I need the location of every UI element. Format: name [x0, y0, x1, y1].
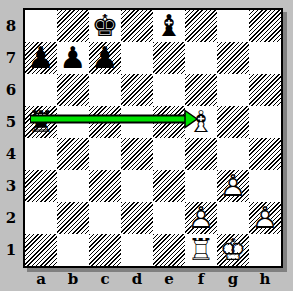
file-label-e: e: [153, 269, 185, 289]
square-d7[interactable]: [121, 42, 153, 74]
white-pawn: ♟♙: [249, 202, 281, 234]
square-c3[interactable]: [89, 170, 121, 202]
rank-label-6: 6: [2, 74, 20, 106]
square-e6[interactable]: [153, 74, 185, 106]
rank-label-7: 7: [2, 42, 20, 74]
square-a2[interactable]: [25, 202, 57, 234]
square-h4[interactable]: [249, 138, 281, 170]
square-b2[interactable]: [57, 202, 89, 234]
square-c1[interactable]: [89, 234, 121, 266]
square-d1[interactable]: [121, 234, 153, 266]
square-a1[interactable]: [25, 234, 57, 266]
square-f6[interactable]: [185, 74, 217, 106]
square-e7[interactable]: [153, 42, 185, 74]
square-f3[interactable]: [185, 170, 217, 202]
black-pawn: ♟: [89, 42, 121, 74]
square-e1[interactable]: [153, 234, 185, 266]
rank-label-4: 4: [2, 138, 20, 170]
square-b4[interactable]: [57, 138, 89, 170]
square-d8[interactable]: [121, 10, 153, 42]
square-g8[interactable]: [217, 10, 249, 42]
square-a3[interactable]: [25, 170, 57, 202]
file-label-b: b: [57, 269, 89, 289]
square-b5[interactable]: [57, 106, 89, 138]
square-e3[interactable]: [153, 170, 185, 202]
file-label-a: a: [25, 269, 57, 289]
square-e2[interactable]: [153, 202, 185, 234]
white-pawn: ♟♙: [217, 170, 249, 202]
chess-board: ♚♝♟♟♟♜♝♗♟♙♟♙♟♙♜♖♚♔: [25, 10, 281, 266]
square-c6[interactable]: [89, 74, 121, 106]
square-c7[interactable]: ♟: [89, 42, 121, 74]
square-a6[interactable]: [25, 74, 57, 106]
square-b6[interactable]: [57, 74, 89, 106]
square-h1[interactable]: [249, 234, 281, 266]
rank-label-2: 2: [2, 202, 20, 234]
square-a4[interactable]: [25, 138, 57, 170]
square-g5[interactable]: [217, 106, 249, 138]
square-b3[interactable]: [57, 170, 89, 202]
square-g6[interactable]: [217, 74, 249, 106]
board-frame: ♚♝♟♟♟♜♝♗♟♙♟♙♟♙♜♖♚♔: [23, 8, 283, 268]
black-pawn: ♟: [57, 42, 89, 74]
square-b8[interactable]: [57, 10, 89, 42]
square-h5[interactable]: [249, 106, 281, 138]
chess-diagram: 87654321 abcdefgh ♚♝♟♟♟♜♝♗♟♙♟♙♟♙♜♖♚♔: [0, 0, 293, 291]
square-d3[interactable]: [121, 170, 153, 202]
square-d5[interactable]: [121, 106, 153, 138]
square-c5[interactable]: [89, 106, 121, 138]
square-h8[interactable]: [249, 10, 281, 42]
file-label-f: f: [185, 269, 217, 289]
square-f2[interactable]: ♟♙: [185, 202, 217, 234]
square-f7[interactable]: [185, 42, 217, 74]
square-h2[interactable]: ♟♙: [249, 202, 281, 234]
square-f1[interactable]: ♜♖: [185, 234, 217, 266]
square-d6[interactable]: [121, 74, 153, 106]
square-e4[interactable]: [153, 138, 185, 170]
white-pawn: ♟♙: [185, 202, 217, 234]
square-b1[interactable]: [57, 234, 89, 266]
square-g1[interactable]: ♚♔: [217, 234, 249, 266]
square-c8[interactable]: ♚: [89, 10, 121, 42]
square-e5[interactable]: [153, 106, 185, 138]
square-a8[interactable]: [25, 10, 57, 42]
file-label-c: c: [89, 269, 121, 289]
square-a5[interactable]: ♜: [25, 106, 57, 138]
square-f8[interactable]: [185, 10, 217, 42]
square-d4[interactable]: [121, 138, 153, 170]
file-label-d: d: [121, 269, 153, 289]
black-rook: ♜: [25, 106, 57, 138]
file-label-g: g: [217, 269, 249, 289]
square-e8[interactable]: ♝: [153, 10, 185, 42]
square-f5[interactable]: ♝♗: [185, 106, 217, 138]
file-label-h: h: [249, 269, 281, 289]
white-rook: ♜♖: [185, 234, 217, 266]
square-a7[interactable]: ♟: [25, 42, 57, 74]
white-king: ♚♔: [217, 234, 249, 266]
square-h3[interactable]: [249, 170, 281, 202]
square-f4[interactable]: [185, 138, 217, 170]
rank-label-8: 8: [2, 10, 20, 42]
rank-label-3: 3: [2, 170, 20, 202]
square-c4[interactable]: [89, 138, 121, 170]
square-d2[interactable]: [121, 202, 153, 234]
square-h7[interactable]: [249, 42, 281, 74]
square-h6[interactable]: [249, 74, 281, 106]
black-bishop: ♝: [153, 10, 185, 42]
square-g4[interactable]: [217, 138, 249, 170]
black-pawn: ♟: [25, 42, 57, 74]
square-b7[interactable]: ♟: [57, 42, 89, 74]
rank-label-1: 1: [2, 234, 20, 266]
square-g2[interactable]: [217, 202, 249, 234]
square-g7[interactable]: [217, 42, 249, 74]
square-g3[interactable]: ♟♙: [217, 170, 249, 202]
black-king: ♚: [89, 10, 121, 42]
square-c2[interactable]: [89, 202, 121, 234]
white-bishop: ♝♗: [185, 106, 217, 138]
rank-label-5: 5: [2, 106, 20, 138]
